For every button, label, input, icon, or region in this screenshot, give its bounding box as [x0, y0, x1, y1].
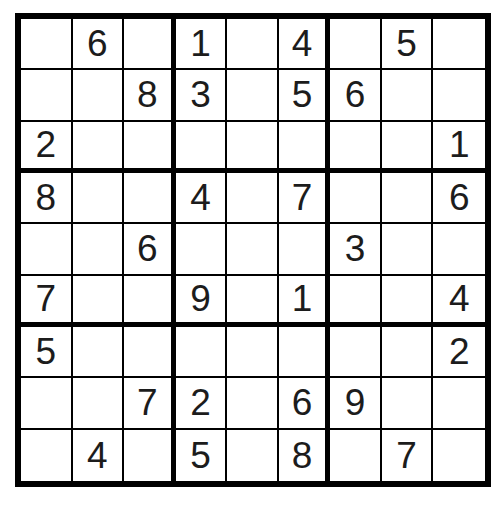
- cell-r4c3-empty[interactable]: [124, 173, 176, 224]
- cell-r8c5-empty[interactable]: [227, 378, 279, 429]
- cell-r3c2-empty[interactable]: [73, 122, 125, 173]
- cell-r6c5-empty[interactable]: [227, 276, 279, 327]
- cell-r3c1-given-2: 2: [21, 122, 73, 173]
- sudoku-page: 614583562184766379145272694587: [0, 0, 504, 506]
- cell-r8c7-given-9: 9: [330, 378, 382, 429]
- cell-r7c3-empty[interactable]: [124, 327, 176, 378]
- cell-r9c1-empty[interactable]: [21, 430, 73, 481]
- cell-r3c5-empty[interactable]: [227, 122, 279, 173]
- cell-r1c3-empty[interactable]: [124, 19, 176, 70]
- cell-r6c1-given-7: 7: [21, 276, 73, 327]
- cell-r2c7-given-6: 6: [330, 70, 382, 121]
- cell-r1c5-empty[interactable]: [227, 19, 279, 70]
- cell-r8c8-empty[interactable]: [382, 378, 434, 429]
- cell-r4c8-empty[interactable]: [382, 173, 434, 224]
- cell-r3c7-empty[interactable]: [330, 122, 382, 173]
- cell-r2c4-given-3: 3: [176, 70, 228, 121]
- cell-r9c3-empty[interactable]: [124, 430, 176, 481]
- cell-r7c7-empty[interactable]: [330, 327, 382, 378]
- cell-r2c8-empty[interactable]: [382, 70, 434, 121]
- cell-r1c7-empty[interactable]: [330, 19, 382, 70]
- cell-r6c4-given-9: 9: [176, 276, 228, 327]
- cell-r4c9-given-6: 6: [433, 173, 485, 224]
- cell-r2c6-given-5: 5: [279, 70, 331, 121]
- cell-r3c3-empty[interactable]: [124, 122, 176, 173]
- cell-r4c7-empty[interactable]: [330, 173, 382, 224]
- cell-r7c1-given-5: 5: [21, 327, 73, 378]
- cell-r1c1-empty[interactable]: [21, 19, 73, 70]
- cell-r6c7-empty[interactable]: [330, 276, 382, 327]
- cell-r6c9-given-4: 4: [433, 276, 485, 327]
- cell-r5c5-empty[interactable]: [227, 224, 279, 275]
- cell-r8c3-given-7: 7: [124, 378, 176, 429]
- cell-r4c1-given-8: 8: [21, 173, 73, 224]
- cell-r5c3-given-6: 6: [124, 224, 176, 275]
- cell-r9c4-given-5: 5: [176, 430, 228, 481]
- cell-r8c4-given-2: 2: [176, 378, 228, 429]
- cell-r6c2-empty[interactable]: [73, 276, 125, 327]
- cell-r5c6-empty[interactable]: [279, 224, 331, 275]
- cell-r7c2-empty[interactable]: [73, 327, 125, 378]
- cell-r4c5-empty[interactable]: [227, 173, 279, 224]
- cell-r9c9-empty[interactable]: [433, 430, 485, 481]
- cell-r9c8-given-7: 7: [382, 430, 434, 481]
- cell-r7c9-given-2: 2: [433, 327, 485, 378]
- cell-r1c2-given-6: 6: [73, 19, 125, 70]
- cell-r7c6-empty[interactable]: [279, 327, 331, 378]
- cell-r7c8-empty[interactable]: [382, 327, 434, 378]
- cell-r1c9-empty[interactable]: [433, 19, 485, 70]
- cell-r2c9-empty[interactable]: [433, 70, 485, 121]
- cell-r8c1-empty[interactable]: [21, 378, 73, 429]
- cell-r5c9-empty[interactable]: [433, 224, 485, 275]
- sudoku-board: 614583562184766379145272694587: [15, 13, 491, 487]
- cell-r5c7-given-3: 3: [330, 224, 382, 275]
- cell-r8c6-given-6: 6: [279, 378, 331, 429]
- cell-r5c2-empty[interactable]: [73, 224, 125, 275]
- cell-r7c4-empty[interactable]: [176, 327, 228, 378]
- cell-r3c8-empty[interactable]: [382, 122, 434, 173]
- cell-r2c2-empty[interactable]: [73, 70, 125, 121]
- cell-r8c9-empty[interactable]: [433, 378, 485, 429]
- cell-r4c2-empty[interactable]: [73, 173, 125, 224]
- cell-r9c2-given-4: 4: [73, 430, 125, 481]
- cell-r4c6-given-7: 7: [279, 173, 331, 224]
- cell-r6c8-empty[interactable]: [382, 276, 434, 327]
- cell-r6c3-empty[interactable]: [124, 276, 176, 327]
- cell-r5c8-empty[interactable]: [382, 224, 434, 275]
- cell-r7c5-empty[interactable]: [227, 327, 279, 378]
- cell-r3c4-empty[interactable]: [176, 122, 228, 173]
- cell-r2c3-given-8: 8: [124, 70, 176, 121]
- cell-r3c9-given-1: 1: [433, 122, 485, 173]
- cell-r6c6-given-1: 1: [279, 276, 331, 327]
- cell-r8c2-empty[interactable]: [73, 378, 125, 429]
- cell-r9c5-empty[interactable]: [227, 430, 279, 481]
- cell-r9c6-given-8: 8: [279, 430, 331, 481]
- cell-r4c4-given-4: 4: [176, 173, 228, 224]
- cell-r5c1-empty[interactable]: [21, 224, 73, 275]
- cell-r5c4-empty[interactable]: [176, 224, 228, 275]
- cell-r1c4-given-1: 1: [176, 19, 228, 70]
- cell-r1c6-given-4: 4: [279, 19, 331, 70]
- cell-r2c1-empty[interactable]: [21, 70, 73, 121]
- cell-r2c5-empty[interactable]: [227, 70, 279, 121]
- cell-r9c7-empty[interactable]: [330, 430, 382, 481]
- cell-r1c8-given-5: 5: [382, 19, 434, 70]
- cell-r3c6-empty[interactable]: [279, 122, 331, 173]
